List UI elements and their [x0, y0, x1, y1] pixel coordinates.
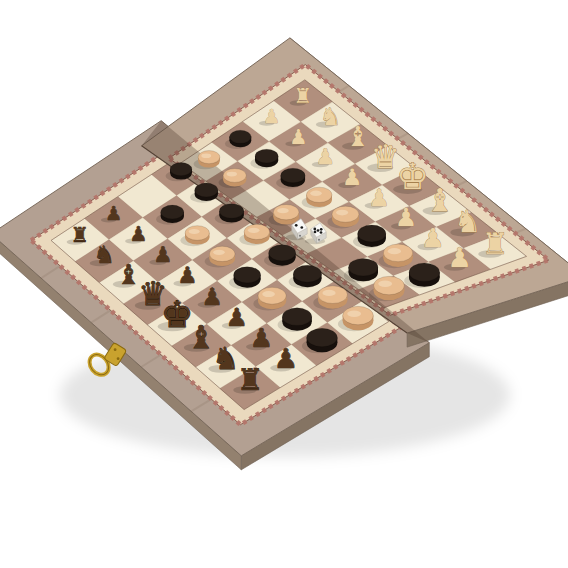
dark-pawn: ♟ [270, 343, 298, 374]
checker-highlight [378, 281, 392, 287]
die-pip [317, 229, 320, 232]
checker-highlight [213, 250, 225, 255]
piece-glyph: ♟ [226, 303, 248, 332]
light-pawn: ♟ [365, 184, 390, 212]
clasp-screw [117, 357, 120, 360]
checker-highlight [347, 311, 361, 317]
checker-highlight [248, 228, 260, 233]
light-bishop: ♝ [423, 182, 455, 218]
checker-highlight [189, 229, 200, 234]
piece-glyph: ♛ [371, 138, 400, 176]
dark-pawn: ♟ [198, 283, 223, 311]
light-king: ♚ [393, 155, 429, 198]
checker-top [229, 130, 251, 143]
piece-glyph: ♞ [320, 103, 342, 131]
light-queen: ♛ [367, 138, 400, 176]
die-pip [313, 228, 316, 231]
checker-top [409, 263, 440, 281]
piece-glyph: ♜ [482, 227, 508, 261]
piece-glyph: ♜ [71, 223, 90, 247]
die-pip [320, 231, 323, 234]
die-pip [295, 224, 298, 227]
piece-glyph: ♟ [448, 242, 472, 273]
die-front-pip [318, 239, 320, 241]
checker-highlight [388, 248, 401, 254]
die-pip [300, 226, 303, 229]
dark-pawn: ♟ [101, 202, 122, 225]
piece-glyph: ♝ [346, 121, 370, 152]
checker-top [269, 245, 296, 261]
piece-glyph: ♟ [421, 223, 444, 253]
checker-top [349, 258, 378, 276]
dark-rook: ♜ [233, 363, 263, 397]
dark-pawn: ♟ [246, 323, 273, 353]
dark-bishop: ♝ [113, 259, 141, 290]
light-knight: ♞ [450, 204, 481, 239]
piece-glyph: ♟ [274, 343, 298, 374]
piece-glyph: ♟ [250, 323, 273, 353]
checker-highlight [336, 210, 348, 216]
piece-glyph: ♟ [342, 164, 362, 190]
checker-top [170, 163, 192, 176]
light-pawn: ♟ [444, 242, 472, 273]
piece-glyph: ♟ [316, 144, 335, 169]
light-knight: ♞ [316, 103, 341, 131]
clasp-screw [114, 348, 117, 351]
checker-highlight [277, 208, 289, 213]
checker-top [307, 328, 338, 346]
piece-glyph: ♚ [396, 155, 428, 198]
die-pip [320, 228, 323, 231]
piece-glyph: ♟ [368, 184, 389, 212]
chess-box-photo: ♜♟♞♟♝♟♛♟♚♟♝♟♟♞♟♜♟♜♟♞♟♟♝♟♛♟♚♟♝♟♞♜ [0, 0, 568, 568]
dark-bishop: ♝ [184, 319, 216, 355]
light-pawn: ♟ [285, 125, 307, 149]
piece-glyph: ♟ [201, 283, 222, 311]
checker-top [161, 205, 184, 219]
checker-highlight [262, 291, 275, 297]
piece-glyph: ♟ [289, 125, 307, 149]
dark-rook: ♜ [67, 223, 90, 247]
light-rook: ♜ [478, 227, 508, 261]
light-pawn: ♟ [259, 105, 280, 128]
checker-highlight [227, 172, 237, 177]
dark-pawn: ♟ [149, 242, 172, 267]
piece-glyph: ♞ [212, 341, 239, 376]
piece-glyph: ♞ [454, 204, 481, 239]
die-pip [314, 231, 317, 234]
piece-glyph: ♟ [129, 222, 147, 246]
piece-glyph: ♟ [177, 262, 197, 288]
dark-pawn: ♟ [125, 222, 147, 246]
product-photo: Wooden folding chess, checkers and backg… [0, 0, 568, 568]
piece-glyph: ♝ [426, 182, 454, 218]
dark-knight: ♞ [208, 341, 239, 376]
light-pawn: ♟ [338, 164, 362, 190]
checker-top [358, 225, 386, 242]
dark-pawn: ♟ [173, 262, 197, 288]
light-bishop: ♝ [342, 121, 370, 152]
piece-glyph: ♟ [105, 202, 122, 225]
light-pawn: ♟ [391, 203, 417, 232]
light-pawn: ♟ [417, 223, 444, 253]
dark-pawn: ♟ [222, 303, 248, 332]
piece-glyph: ♞ [94, 241, 116, 269]
dark-knight: ♞ [90, 241, 115, 269]
checker-top [281, 168, 305, 183]
checker-top [219, 204, 243, 219]
piece-glyph: ♟ [263, 105, 280, 128]
light-rook: ♜ [290, 84, 313, 108]
die-front-pip [299, 235, 301, 237]
piece-glyph: ♟ [153, 242, 172, 267]
checker-top [195, 183, 218, 197]
piece-glyph: ♜ [294, 84, 313, 108]
light-pawn: ♟ [312, 144, 335, 169]
piece-glyph: ♟ [395, 203, 417, 232]
checker-top [293, 265, 321, 282]
checker-top [282, 308, 311, 326]
checker-highlight [322, 290, 335, 296]
checker-highlight [310, 191, 322, 196]
piece-glyph: ♝ [116, 259, 140, 290]
checker-top [234, 267, 261, 283]
piece-glyph: ♜ [237, 363, 263, 397]
checker-top [255, 149, 278, 163]
checker-highlight [201, 154, 211, 159]
